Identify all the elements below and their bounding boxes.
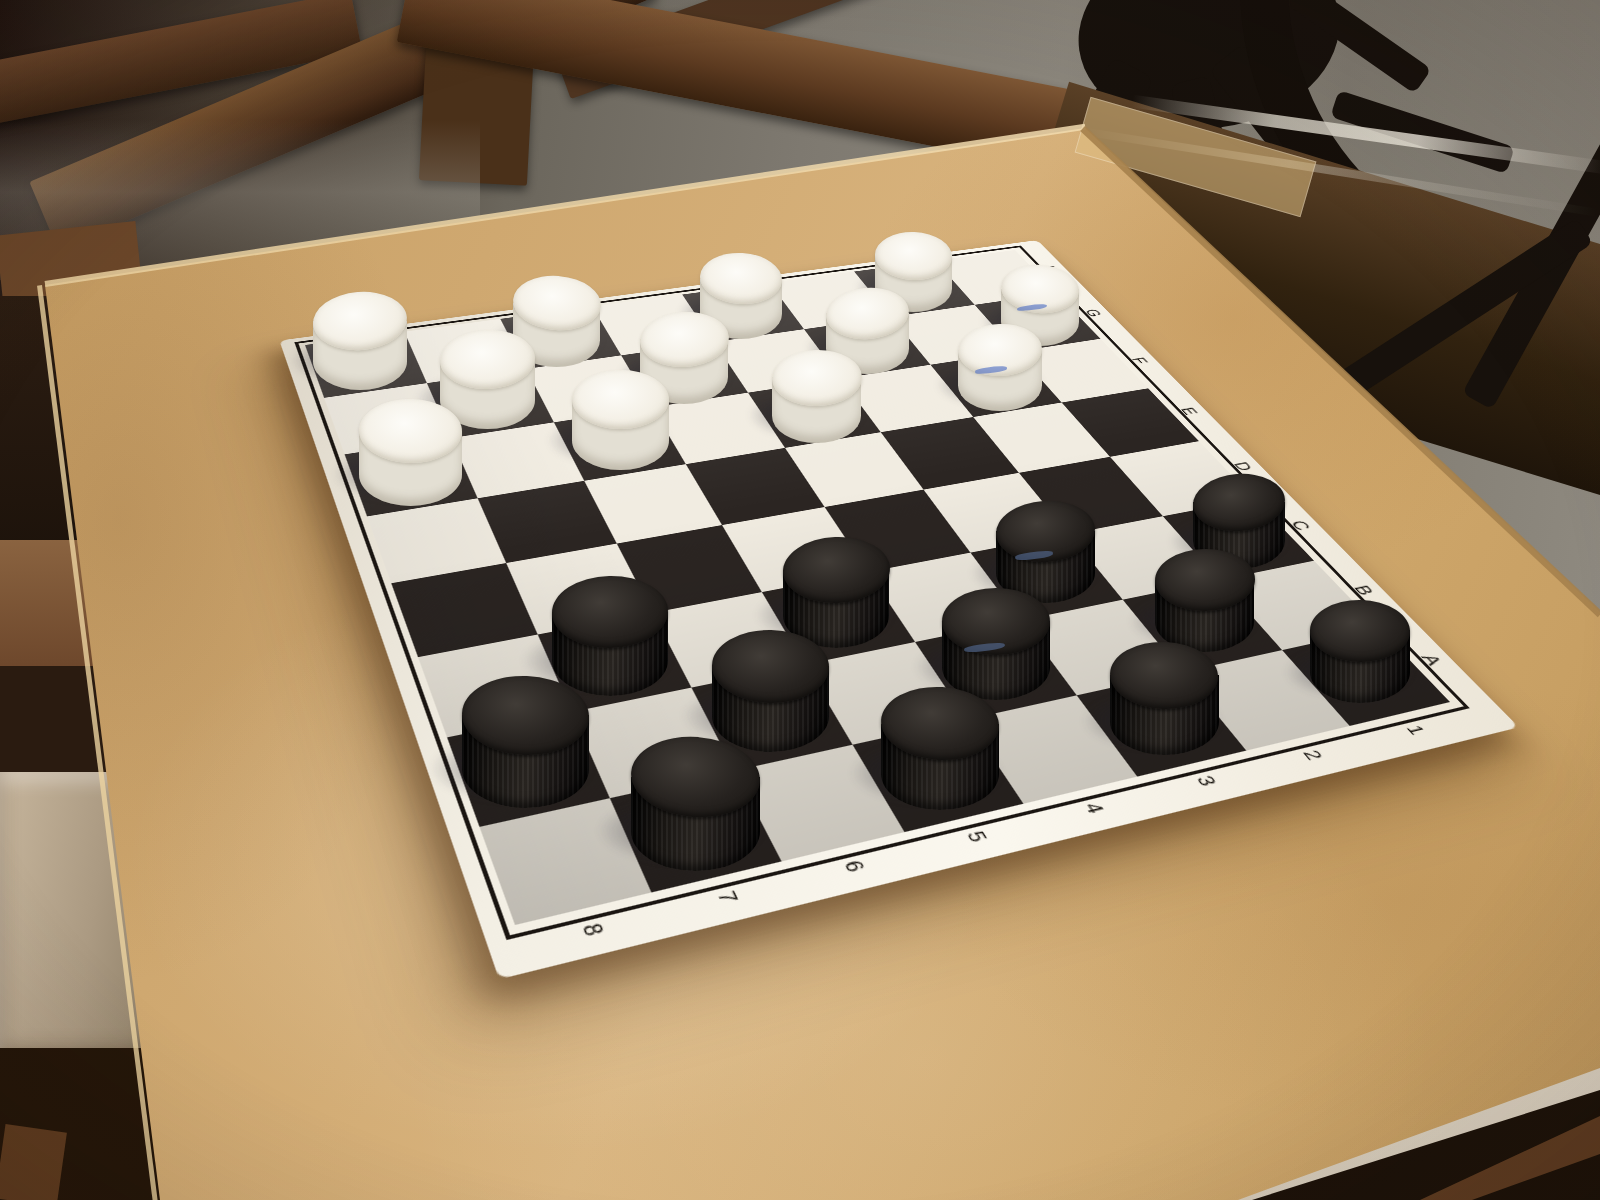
checker-piece-white-f4[interactable] — [772, 350, 862, 443]
checker-piece-black-a1[interactable] — [1310, 600, 1410, 704]
cap-top — [771, 349, 862, 406]
cap-top — [1154, 548, 1255, 612]
photo-canvas: { "scene": { "description": "Overhead ob… — [0, 0, 1600, 1200]
checker-piece-black-b8[interactable] — [462, 676, 589, 809]
checker-piece-black-b2[interactable] — [1155, 549, 1255, 653]
checker-piece-white-h8[interactable] — [313, 292, 407, 389]
cap-top — [711, 629, 829, 704]
checker-piece-black-a3[interactable] — [1110, 642, 1218, 755]
checker-piece-black-b4[interactable] — [942, 588, 1050, 700]
checker-piece-black-a7[interactable] — [631, 737, 760, 871]
checker-piece-black-a5[interactable] — [881, 687, 999, 810]
checker-piece-white-f6[interactable] — [572, 370, 668, 470]
checker-piece-white-f8[interactable] — [359, 399, 462, 506]
cap-top — [572, 370, 668, 430]
checker-piece-black-b6[interactable] — [712, 630, 829, 752]
cap-top — [1310, 599, 1411, 663]
chair-leg-slat — [0, 1124, 67, 1200]
checker-piece-white-f2[interactable] — [958, 324, 1042, 411]
